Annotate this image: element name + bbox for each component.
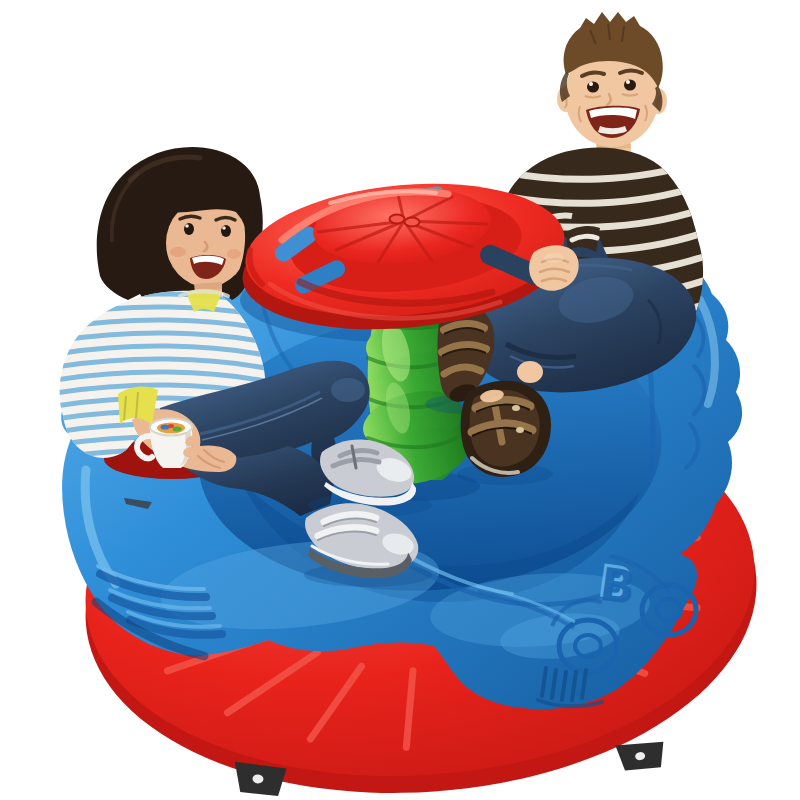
product-photo: B B xyxy=(0,0,800,800)
carousel-scene: B B xyxy=(0,0,800,800)
truck-letter: B xyxy=(597,557,639,615)
boy-ankle xyxy=(517,361,543,383)
girl-knee-highlight xyxy=(331,378,365,402)
girl-blush xyxy=(170,247,186,257)
